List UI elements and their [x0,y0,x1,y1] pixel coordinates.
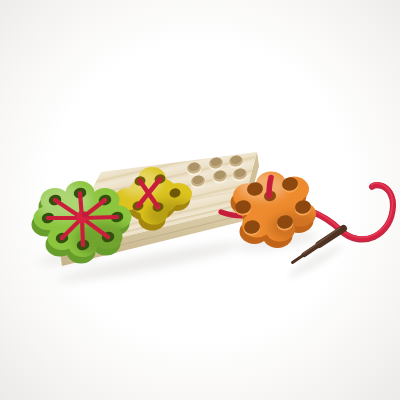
photo-stage [0,0,400,400]
red-cord-right-loop [309,183,393,239]
orange-lace-center-stub [269,178,271,197]
lacing-toy-photo [0,0,400,400]
